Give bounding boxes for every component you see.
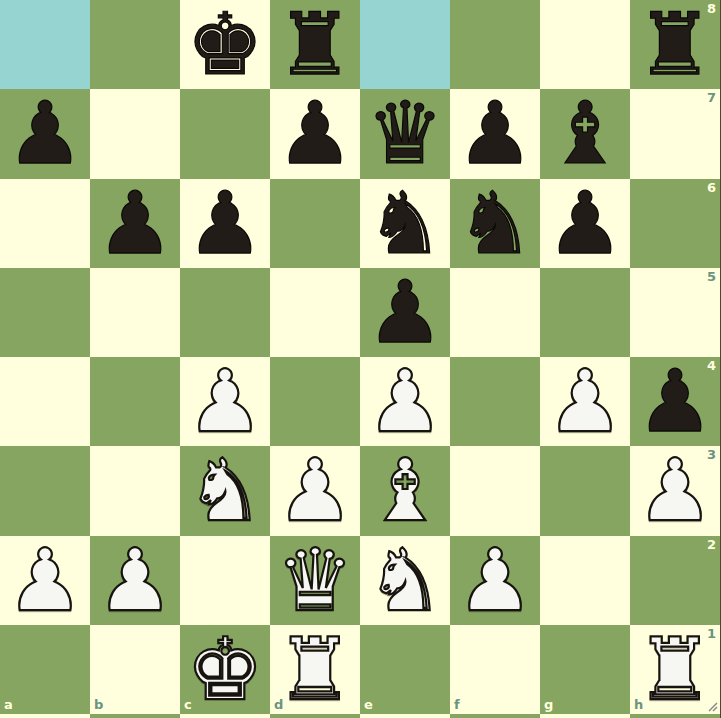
piece-white-bishop[interactable]: ♝ [366,446,443,535]
square-d2[interactable]: ♛ [270,536,360,625]
piece-white-pawn[interactable]: ♟ [6,536,83,625]
square-e5[interactable]: ♟ [360,268,450,357]
square-a3[interactable] [0,446,90,535]
piece-white-pawn[interactable]: ♟ [636,446,713,535]
coord-file-b: b [94,698,103,711]
piece-white-king[interactable]: ♚ [186,625,263,714]
coord-rank-8: 8 [707,2,716,15]
piece-black-pawn[interactable]: ♟ [6,89,83,178]
square-c5[interactable] [180,268,270,357]
square-a2[interactable]: ♟ [0,536,90,625]
coord-file-d: d [274,698,283,711]
coord-file-h: h [634,698,643,711]
square-c1[interactable]: ♚c [180,625,270,714]
square-e8[interactable] [360,0,450,89]
piece-white-rook[interactable]: ♜ [636,625,713,714]
square-h5[interactable]: 5 [630,268,720,357]
square-b6[interactable]: ♟ [90,179,180,268]
square-a5[interactable] [0,268,90,357]
square-h1[interactable]: ♜h1 [630,625,720,714]
coord-rank-3: 3 [707,448,716,461]
piece-black-knight[interactable]: ♞ [366,179,443,268]
coord-file-a: a [4,698,13,711]
square-a8[interactable] [0,0,90,89]
board-bottom-clip-strip [0,714,720,718]
piece-white-knight[interactable]: ♞ [186,446,263,535]
square-c2[interactable] [180,536,270,625]
square-d8[interactable]: ♜ [270,0,360,89]
coord-file-f: f [454,698,460,711]
piece-black-pawn[interactable]: ♟ [366,268,443,357]
square-g2[interactable] [540,536,630,625]
square-d1[interactable]: ♜d [270,625,360,714]
board-grid: ♚♜♜8♟♟♛♟♝7♟♟♞♞♟6♟5♟♟♟♟4♞♟♝♟3♟♟♛♞♟2ab♚c♜d… [0,0,720,714]
square-h4[interactable]: ♟4 [630,357,720,446]
piece-white-pawn[interactable]: ♟ [186,357,263,446]
piece-white-rook[interactable]: ♜ [276,625,353,714]
square-c7[interactable] [180,89,270,178]
piece-white-pawn[interactable]: ♟ [276,446,353,535]
square-b4[interactable] [90,357,180,446]
piece-black-king[interactable]: ♚ [186,0,263,89]
square-b7[interactable] [90,89,180,178]
square-h2[interactable]: 2 [630,536,720,625]
square-d4[interactable] [270,357,360,446]
piece-black-pawn[interactable]: ♟ [636,357,713,446]
square-d5[interactable] [270,268,360,357]
square-g7[interactable]: ♝ [540,89,630,178]
square-c8[interactable]: ♚ [180,0,270,89]
square-b1[interactable]: b [90,625,180,714]
square-c4[interactable]: ♟ [180,357,270,446]
coord-rank-5: 5 [707,270,716,283]
square-g1[interactable]: g [540,625,630,714]
square-e4[interactable]: ♟ [360,357,450,446]
square-a4[interactable] [0,357,90,446]
piece-black-bishop[interactable]: ♝ [546,89,623,178]
coord-file-e: e [364,698,373,711]
square-e2[interactable]: ♞ [360,536,450,625]
square-f5[interactable] [450,268,540,357]
square-g6[interactable]: ♟ [540,179,630,268]
square-g4[interactable]: ♟ [540,357,630,446]
piece-white-pawn[interactable]: ♟ [96,536,173,625]
piece-black-pawn[interactable]: ♟ [186,179,263,268]
square-f1[interactable]: f [450,625,540,714]
square-h7[interactable]: 7 [630,89,720,178]
piece-white-knight[interactable]: ♞ [366,536,443,625]
piece-black-pawn[interactable]: ♟ [546,179,623,268]
square-b5[interactable] [90,268,180,357]
square-g3[interactable] [540,446,630,535]
piece-black-pawn[interactable]: ♟ [456,89,533,178]
square-e7[interactable]: ♛ [360,89,450,178]
square-h8[interactable]: ♜8 [630,0,720,89]
piece-black-pawn[interactable]: ♟ [96,179,173,268]
piece-white-pawn[interactable]: ♟ [456,536,533,625]
piece-white-pawn[interactable]: ♟ [366,357,443,446]
square-f7[interactable]: ♟ [450,89,540,178]
square-e6[interactable]: ♞ [360,179,450,268]
coord-rank-2: 2 [707,538,716,551]
square-g8[interactable] [540,0,630,89]
square-h3[interactable]: ♟3 [630,446,720,535]
square-d7[interactable]: ♟ [270,89,360,178]
square-e1[interactable]: e [360,625,450,714]
piece-black-rook[interactable]: ♜ [636,0,713,89]
square-f2[interactable]: ♟ [450,536,540,625]
board-resize-handle-icon[interactable] [705,699,720,714]
coord-rank-7: 7 [707,91,716,104]
coord-rank-4: 4 [707,359,716,372]
piece-black-rook[interactable]: ♜ [276,0,353,89]
square-b8[interactable] [90,0,180,89]
square-h6[interactable]: 6 [630,179,720,268]
piece-white-queen[interactable]: ♛ [276,536,353,625]
square-f4[interactable] [450,357,540,446]
square-g5[interactable] [540,268,630,357]
square-a7[interactable]: ♟ [0,89,90,178]
square-f3[interactable] [450,446,540,535]
square-a1[interactable]: a [0,625,90,714]
square-b2[interactable]: ♟ [90,536,180,625]
square-a6[interactable] [0,179,90,268]
chess-board: ♚♜♜8♟♟♛♟♝7♟♟♞♞♟6♟5♟♟♟♟4♞♟♝♟3♟♟♛♞♟2ab♚c♜d… [0,0,721,718]
piece-black-knight[interactable]: ♞ [456,179,533,268]
piece-white-pawn[interactable]: ♟ [546,357,623,446]
coord-rank-6: 6 [707,181,716,194]
square-c6[interactable]: ♟ [180,179,270,268]
coord-file-g: g [544,698,553,711]
square-f6[interactable]: ♞ [450,179,540,268]
piece-black-queen[interactable]: ♛ [366,89,443,178]
coord-rank-1: 1 [707,627,716,640]
coord-file-c: c [184,698,192,711]
square-f8[interactable] [450,0,540,89]
square-c3[interactable]: ♞ [180,446,270,535]
piece-black-pawn[interactable]: ♟ [276,89,353,178]
square-d6[interactable] [270,179,360,268]
square-b3[interactable] [90,446,180,535]
square-e3[interactable]: ♝ [360,446,450,535]
square-d3[interactable]: ♟ [270,446,360,535]
